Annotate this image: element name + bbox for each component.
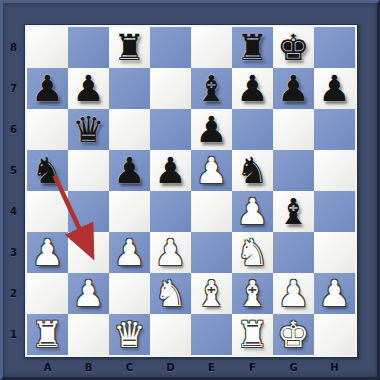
square-e8[interactable] xyxy=(191,27,232,68)
white-knight: ♞ xyxy=(150,273,191,314)
white-pawn: ♟ xyxy=(27,232,68,273)
black-pawn: ♟ xyxy=(232,68,273,109)
square-c2[interactable] xyxy=(109,273,150,314)
white-pawn: ♟ xyxy=(191,150,232,191)
square-a4[interactable] xyxy=(27,191,68,232)
square-b5[interactable] xyxy=(68,150,109,191)
square-d1[interactable] xyxy=(150,314,191,355)
rank-label-3: 3 xyxy=(3,232,24,273)
square-c4[interactable] xyxy=(109,191,150,232)
square-d2[interactable]: ♞ xyxy=(150,273,191,314)
square-a6[interactable] xyxy=(27,109,68,150)
black-pawn: ♟ xyxy=(68,68,109,109)
square-d4[interactable] xyxy=(150,191,191,232)
square-d8[interactable] xyxy=(150,27,191,68)
square-g3[interactable] xyxy=(273,232,314,273)
square-b7[interactable]: ♟ xyxy=(68,68,109,109)
square-b3[interactable] xyxy=(68,232,109,273)
square-f4[interactable]: ♟ xyxy=(232,191,273,232)
square-c1[interactable]: ♛ xyxy=(109,314,150,355)
square-h6[interactable] xyxy=(314,109,355,150)
file-label-g: G xyxy=(273,359,314,376)
square-e3[interactable] xyxy=(191,232,232,273)
rank-label-8: 8 xyxy=(3,27,24,68)
square-b1[interactable] xyxy=(68,314,109,355)
white-king: ♚ xyxy=(273,314,314,355)
white-pawn: ♟ xyxy=(68,273,109,314)
square-h2[interactable]: ♟ xyxy=(314,273,355,314)
file-label-c: C xyxy=(109,359,150,376)
black-pawn: ♟ xyxy=(109,150,150,191)
black-bishop: ♝ xyxy=(273,191,314,232)
square-c7[interactable] xyxy=(109,68,150,109)
file-label-a: A xyxy=(27,359,68,376)
file-label-f: F xyxy=(232,359,273,376)
square-f5[interactable]: ♞ xyxy=(232,150,273,191)
square-c3[interactable]: ♟ xyxy=(109,232,150,273)
square-f1[interactable]: ♜ xyxy=(232,314,273,355)
square-a1[interactable]: ♜ xyxy=(27,314,68,355)
square-e1[interactable] xyxy=(191,314,232,355)
white-pawn: ♟ xyxy=(232,191,273,232)
square-d3[interactable]: ♟ xyxy=(150,232,191,273)
square-e6[interactable]: ♟ xyxy=(191,109,232,150)
file-label-e: E xyxy=(191,359,232,376)
rank-label-4: 4 xyxy=(3,191,24,232)
square-a7[interactable]: ♟ xyxy=(27,68,68,109)
chess-diagram: 87654321 ♜♜♚♟♟♝♟♟♟♛♟♞♟♟♟♞♟♝♟♟♟♞♟♞♝♝♟♟♜♛♜… xyxy=(0,0,380,380)
square-c6[interactable] xyxy=(109,109,150,150)
file-label-b: B xyxy=(68,359,109,376)
square-g1[interactable]: ♚ xyxy=(273,314,314,355)
white-pawn: ♟ xyxy=(150,232,191,273)
white-queen: ♛ xyxy=(109,314,150,355)
board: ♜♜♚♟♟♝♟♟♟♛♟♞♟♟♟♞♟♝♟♟♟♞♟♞♝♝♟♟♜♛♜♚ xyxy=(27,27,355,355)
black-pawn: ♟ xyxy=(273,68,314,109)
square-h7[interactable]: ♟ xyxy=(314,68,355,109)
square-g4[interactable]: ♝ xyxy=(273,191,314,232)
file-labels: ABCDEFGH xyxy=(27,359,355,376)
square-d6[interactable] xyxy=(150,109,191,150)
white-pawn: ♟ xyxy=(314,273,355,314)
square-h8[interactable] xyxy=(314,27,355,68)
black-rook: ♜ xyxy=(109,27,150,68)
white-knight: ♞ xyxy=(232,232,273,273)
square-f2[interactable]: ♝ xyxy=(232,273,273,314)
white-rook: ♜ xyxy=(27,314,68,355)
square-h3[interactable] xyxy=(314,232,355,273)
black-bishop: ♝ xyxy=(191,68,232,109)
black-queen: ♛ xyxy=(68,109,109,150)
square-h4[interactable] xyxy=(314,191,355,232)
square-a8[interactable] xyxy=(27,27,68,68)
square-a5[interactable]: ♞ xyxy=(27,150,68,191)
square-g7[interactable]: ♟ xyxy=(273,68,314,109)
square-g2[interactable]: ♟ xyxy=(273,273,314,314)
black-king: ♚ xyxy=(273,27,314,68)
square-d7[interactable] xyxy=(150,68,191,109)
square-e2[interactable]: ♝ xyxy=(191,273,232,314)
square-b2[interactable]: ♟ xyxy=(68,273,109,314)
white-pawn: ♟ xyxy=(109,232,150,273)
white-rook: ♜ xyxy=(232,314,273,355)
file-label-h: H xyxy=(314,359,355,376)
white-pawn: ♟ xyxy=(273,273,314,314)
square-b8[interactable] xyxy=(68,27,109,68)
square-f6[interactable] xyxy=(232,109,273,150)
square-e7[interactable]: ♝ xyxy=(191,68,232,109)
white-bishop: ♝ xyxy=(232,273,273,314)
black-knight: ♞ xyxy=(232,150,273,191)
square-g6[interactable] xyxy=(273,109,314,150)
square-a3[interactable]: ♟ xyxy=(27,232,68,273)
black-pawn: ♟ xyxy=(314,68,355,109)
square-h1[interactable] xyxy=(314,314,355,355)
board-frame: ♜♜♚♟♟♝♟♟♟♛♟♞♟♟♟♞♟♝♟♟♟♞♟♞♝♝♟♟♜♛♜♚ xyxy=(24,24,358,358)
square-a2[interactable] xyxy=(27,273,68,314)
rank-label-7: 7 xyxy=(3,68,24,109)
square-f3[interactable]: ♞ xyxy=(232,232,273,273)
square-f7[interactable]: ♟ xyxy=(232,68,273,109)
black-pawn: ♟ xyxy=(150,150,191,191)
square-g5[interactable] xyxy=(273,150,314,191)
square-e5[interactable]: ♟ xyxy=(191,150,232,191)
black-pawn: ♟ xyxy=(27,68,68,109)
rank-labels: 87654321 xyxy=(3,27,24,355)
square-c8[interactable]: ♜ xyxy=(109,27,150,68)
white-bishop: ♝ xyxy=(191,273,232,314)
rank-label-5: 5 xyxy=(3,150,24,191)
black-pawn: ♟ xyxy=(191,109,232,150)
square-h5[interactable] xyxy=(314,150,355,191)
black-knight: ♞ xyxy=(27,150,68,191)
rank-label-2: 2 xyxy=(3,273,24,314)
rank-label-1: 1 xyxy=(3,314,24,355)
rank-label-6: 6 xyxy=(3,109,24,150)
square-b4[interactable] xyxy=(68,191,109,232)
square-b6[interactable]: ♛ xyxy=(68,109,109,150)
black-rook: ♜ xyxy=(232,27,273,68)
square-e4[interactable] xyxy=(191,191,232,232)
square-c5[interactable]: ♟ xyxy=(109,150,150,191)
square-d5[interactable]: ♟ xyxy=(150,150,191,191)
file-label-d: D xyxy=(150,359,191,376)
square-g8[interactable]: ♚ xyxy=(273,27,314,68)
square-f8[interactable]: ♜ xyxy=(232,27,273,68)
